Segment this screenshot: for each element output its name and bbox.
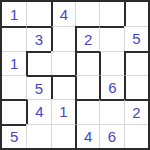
cell-r6c1[interactable]: 5 [2, 124, 26, 148]
cell-r4c5[interactable]: 6 [99, 75, 123, 99]
cell-r4c6[interactable] [124, 75, 148, 99]
cell-r4c3[interactable] [51, 75, 75, 99]
cell-r3c6[interactable] [124, 51, 148, 75]
cell-r5c2[interactable]: 4 [26, 99, 50, 123]
cell-r2c6[interactable]: 5 [124, 26, 148, 50]
cell-r5c5[interactable] [99, 99, 123, 123]
cell-r2c5[interactable] [99, 26, 123, 50]
cell-r5c3[interactable]: 1 [51, 99, 75, 123]
cell-r1c6[interactable] [124, 2, 148, 26]
cell-r3c2[interactable] [26, 51, 50, 75]
cell-r2c3[interactable] [51, 26, 75, 50]
cell-r1c5[interactable] [99, 2, 123, 26]
cell-r6c4[interactable]: 4 [75, 124, 99, 148]
cell-r6c6[interactable] [124, 124, 148, 148]
cell-r1c3[interactable]: 4 [51, 2, 75, 26]
cell-r5c4[interactable] [75, 99, 99, 123]
cell-r2c2[interactable]: 3 [26, 26, 50, 50]
cell-r2c1[interactable] [2, 26, 26, 50]
cell-r4c4[interactable] [75, 75, 99, 99]
cell-r4c2[interactable]: 5 [26, 75, 50, 99]
cell-r5c6[interactable]: 2 [124, 99, 148, 123]
puzzle-board: 14325156412546 [0, 0, 150, 150]
cell-r6c5[interactable]: 6 [99, 124, 123, 148]
cell-r3c3[interactable] [51, 51, 75, 75]
cell-r4c1[interactable] [2, 75, 26, 99]
cell-r6c2[interactable] [26, 124, 50, 148]
cell-r1c2[interactable] [26, 2, 50, 26]
cell-r1c4[interactable] [75, 2, 99, 26]
cell-r3c5[interactable] [99, 51, 123, 75]
cell-r2c4[interactable]: 2 [75, 26, 99, 50]
cell-r3c1[interactable]: 1 [2, 51, 26, 75]
cell-r5c1[interactable] [2, 99, 26, 123]
cell-r3c4[interactable] [75, 51, 99, 75]
cell-r6c3[interactable] [51, 124, 75, 148]
cell-r1c1[interactable]: 1 [2, 2, 26, 26]
